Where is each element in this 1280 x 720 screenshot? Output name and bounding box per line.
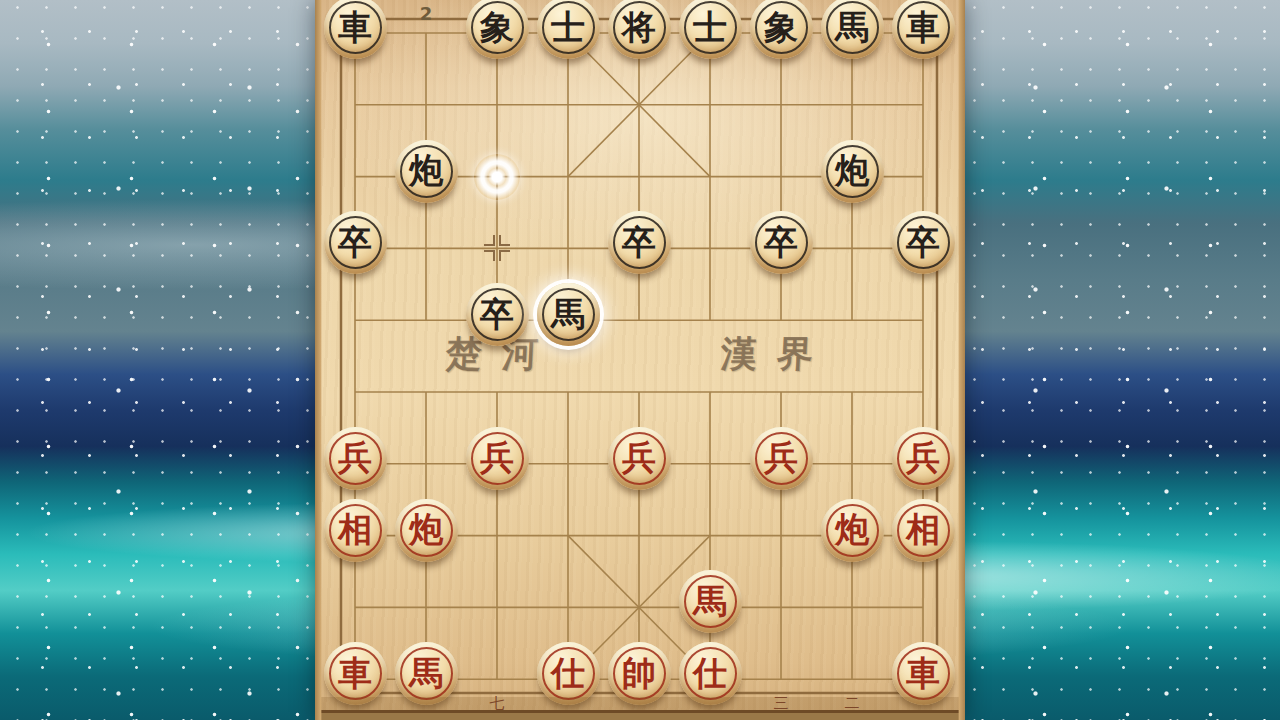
pawn-point-marker-corner (499, 250, 510, 261)
piece-black-士[interactable]: 士 (679, 0, 742, 59)
piece-black-馬[interactable]: 馬 (821, 0, 884, 59)
piece-red-兵[interactable]: 兵 (608, 427, 671, 490)
piece-glyph: 卒 (622, 225, 656, 259)
piece-glyph: 馬 (409, 656, 443, 690)
piece-glyph: 士 (693, 10, 727, 44)
piece-glyph: 象 (480, 10, 514, 44)
piece-black-卒[interactable]: 卒 (324, 211, 387, 274)
piece-glyph: 馬 (835, 10, 869, 44)
piece-red-車[interactable]: 車 (324, 642, 387, 705)
river-text-right: 漢界 (691, 331, 863, 375)
piece-black-卒[interactable]: 卒 (466, 283, 529, 346)
piece-red-仕[interactable]: 仕 (679, 642, 742, 705)
piece-glyph: 卒 (338, 225, 372, 259)
piece-glyph: 炮 (835, 512, 869, 546)
file-label-bottom: 二 (837, 694, 867, 713)
piece-glyph: 車 (906, 656, 940, 690)
piece-glyph: 車 (906, 10, 940, 44)
piece-glyph: 炮 (409, 512, 443, 546)
piece-glyph: 馬 (551, 297, 585, 331)
file-label-bottom: 三 (766, 694, 796, 713)
piece-glyph: 卒 (906, 225, 940, 259)
piece-black-卒[interactable]: 卒 (750, 211, 813, 274)
piece-glyph: 将 (622, 10, 656, 44)
pawn-point-marker-corner (484, 235, 495, 246)
piece-red-馬[interactable]: 馬 (395, 642, 458, 705)
piece-black-士[interactable]: 士 (537, 0, 600, 59)
piece-black-象[interactable]: 象 (466, 0, 529, 59)
piece-glyph: 馬 (693, 584, 727, 618)
pawn-point-marker-corner (484, 250, 495, 261)
piece-red-兵[interactable]: 兵 (466, 427, 529, 490)
piece-black-炮[interactable]: 炮 (821, 140, 884, 203)
piece-glyph: 相 (906, 512, 940, 546)
piece-red-相[interactable]: 相 (324, 499, 387, 562)
piece-glyph: 兵 (906, 440, 940, 474)
piece-black-象[interactable]: 象 (750, 0, 813, 59)
piece-red-兵[interactable]: 兵 (892, 427, 955, 490)
board-right-edge (958, 0, 965, 720)
piece-red-相[interactable]: 相 (892, 499, 955, 562)
piece-glyph: 卒 (480, 297, 514, 331)
piece-glyph: 兵 (480, 440, 514, 474)
piece-red-仕[interactable]: 仕 (537, 642, 600, 705)
piece-glyph: 炮 (409, 153, 443, 187)
piece-black-車[interactable]: 車 (892, 0, 955, 59)
piece-glyph: 卒 (764, 225, 798, 259)
piece-red-帥[interactable]: 帥 (608, 642, 671, 705)
pawn-point-marker (484, 235, 510, 261)
piece-glyph: 兵 (764, 440, 798, 474)
piece-black-卒[interactable]: 卒 (892, 211, 955, 274)
piece-red-炮[interactable]: 炮 (821, 499, 884, 562)
piece-glyph: 炮 (835, 153, 869, 187)
piece-glyph: 相 (338, 512, 372, 546)
piece-black-卒[interactable]: 卒 (608, 211, 671, 274)
board-left-edge (315, 0, 322, 720)
piece-black-馬[interactable]: 馬 (537, 283, 600, 346)
board[interactable]: 楚河 漢界 2 車象士将士象馬車炮炮卒卒卒卒卒馬兵兵兵兵兵相炮炮相馬車馬仕帥仕車… (315, 0, 965, 720)
pawn-point-marker-corner (499, 235, 510, 246)
piece-red-車[interactable]: 車 (892, 642, 955, 705)
piece-red-兵[interactable]: 兵 (750, 427, 813, 490)
board-bottom-frame (315, 697, 965, 720)
piece-black-炮[interactable]: 炮 (395, 140, 458, 203)
piece-glyph: 帥 (622, 656, 656, 690)
piece-glyph: 車 (338, 656, 372, 690)
file-label-top: 2 (411, 3, 441, 24)
last-move-origin-marker (474, 154, 520, 200)
piece-black-車[interactable]: 車 (324, 0, 387, 59)
board-grid-lines (315, 0, 965, 720)
piece-glyph: 士 (551, 10, 585, 44)
piece-red-馬[interactable]: 馬 (679, 570, 742, 633)
file-label-bottom: 七 (482, 694, 512, 713)
piece-glyph: 車 (338, 10, 372, 44)
piece-red-炮[interactable]: 炮 (395, 499, 458, 562)
piece-glyph: 仕 (693, 656, 727, 690)
piece-glyph: 象 (764, 10, 798, 44)
piece-red-兵[interactable]: 兵 (324, 427, 387, 490)
piece-glyph: 仕 (551, 656, 585, 690)
piece-glyph: 兵 (338, 440, 372, 474)
piece-black-将[interactable]: 将 (608, 0, 671, 59)
piece-glyph: 兵 (622, 440, 656, 474)
